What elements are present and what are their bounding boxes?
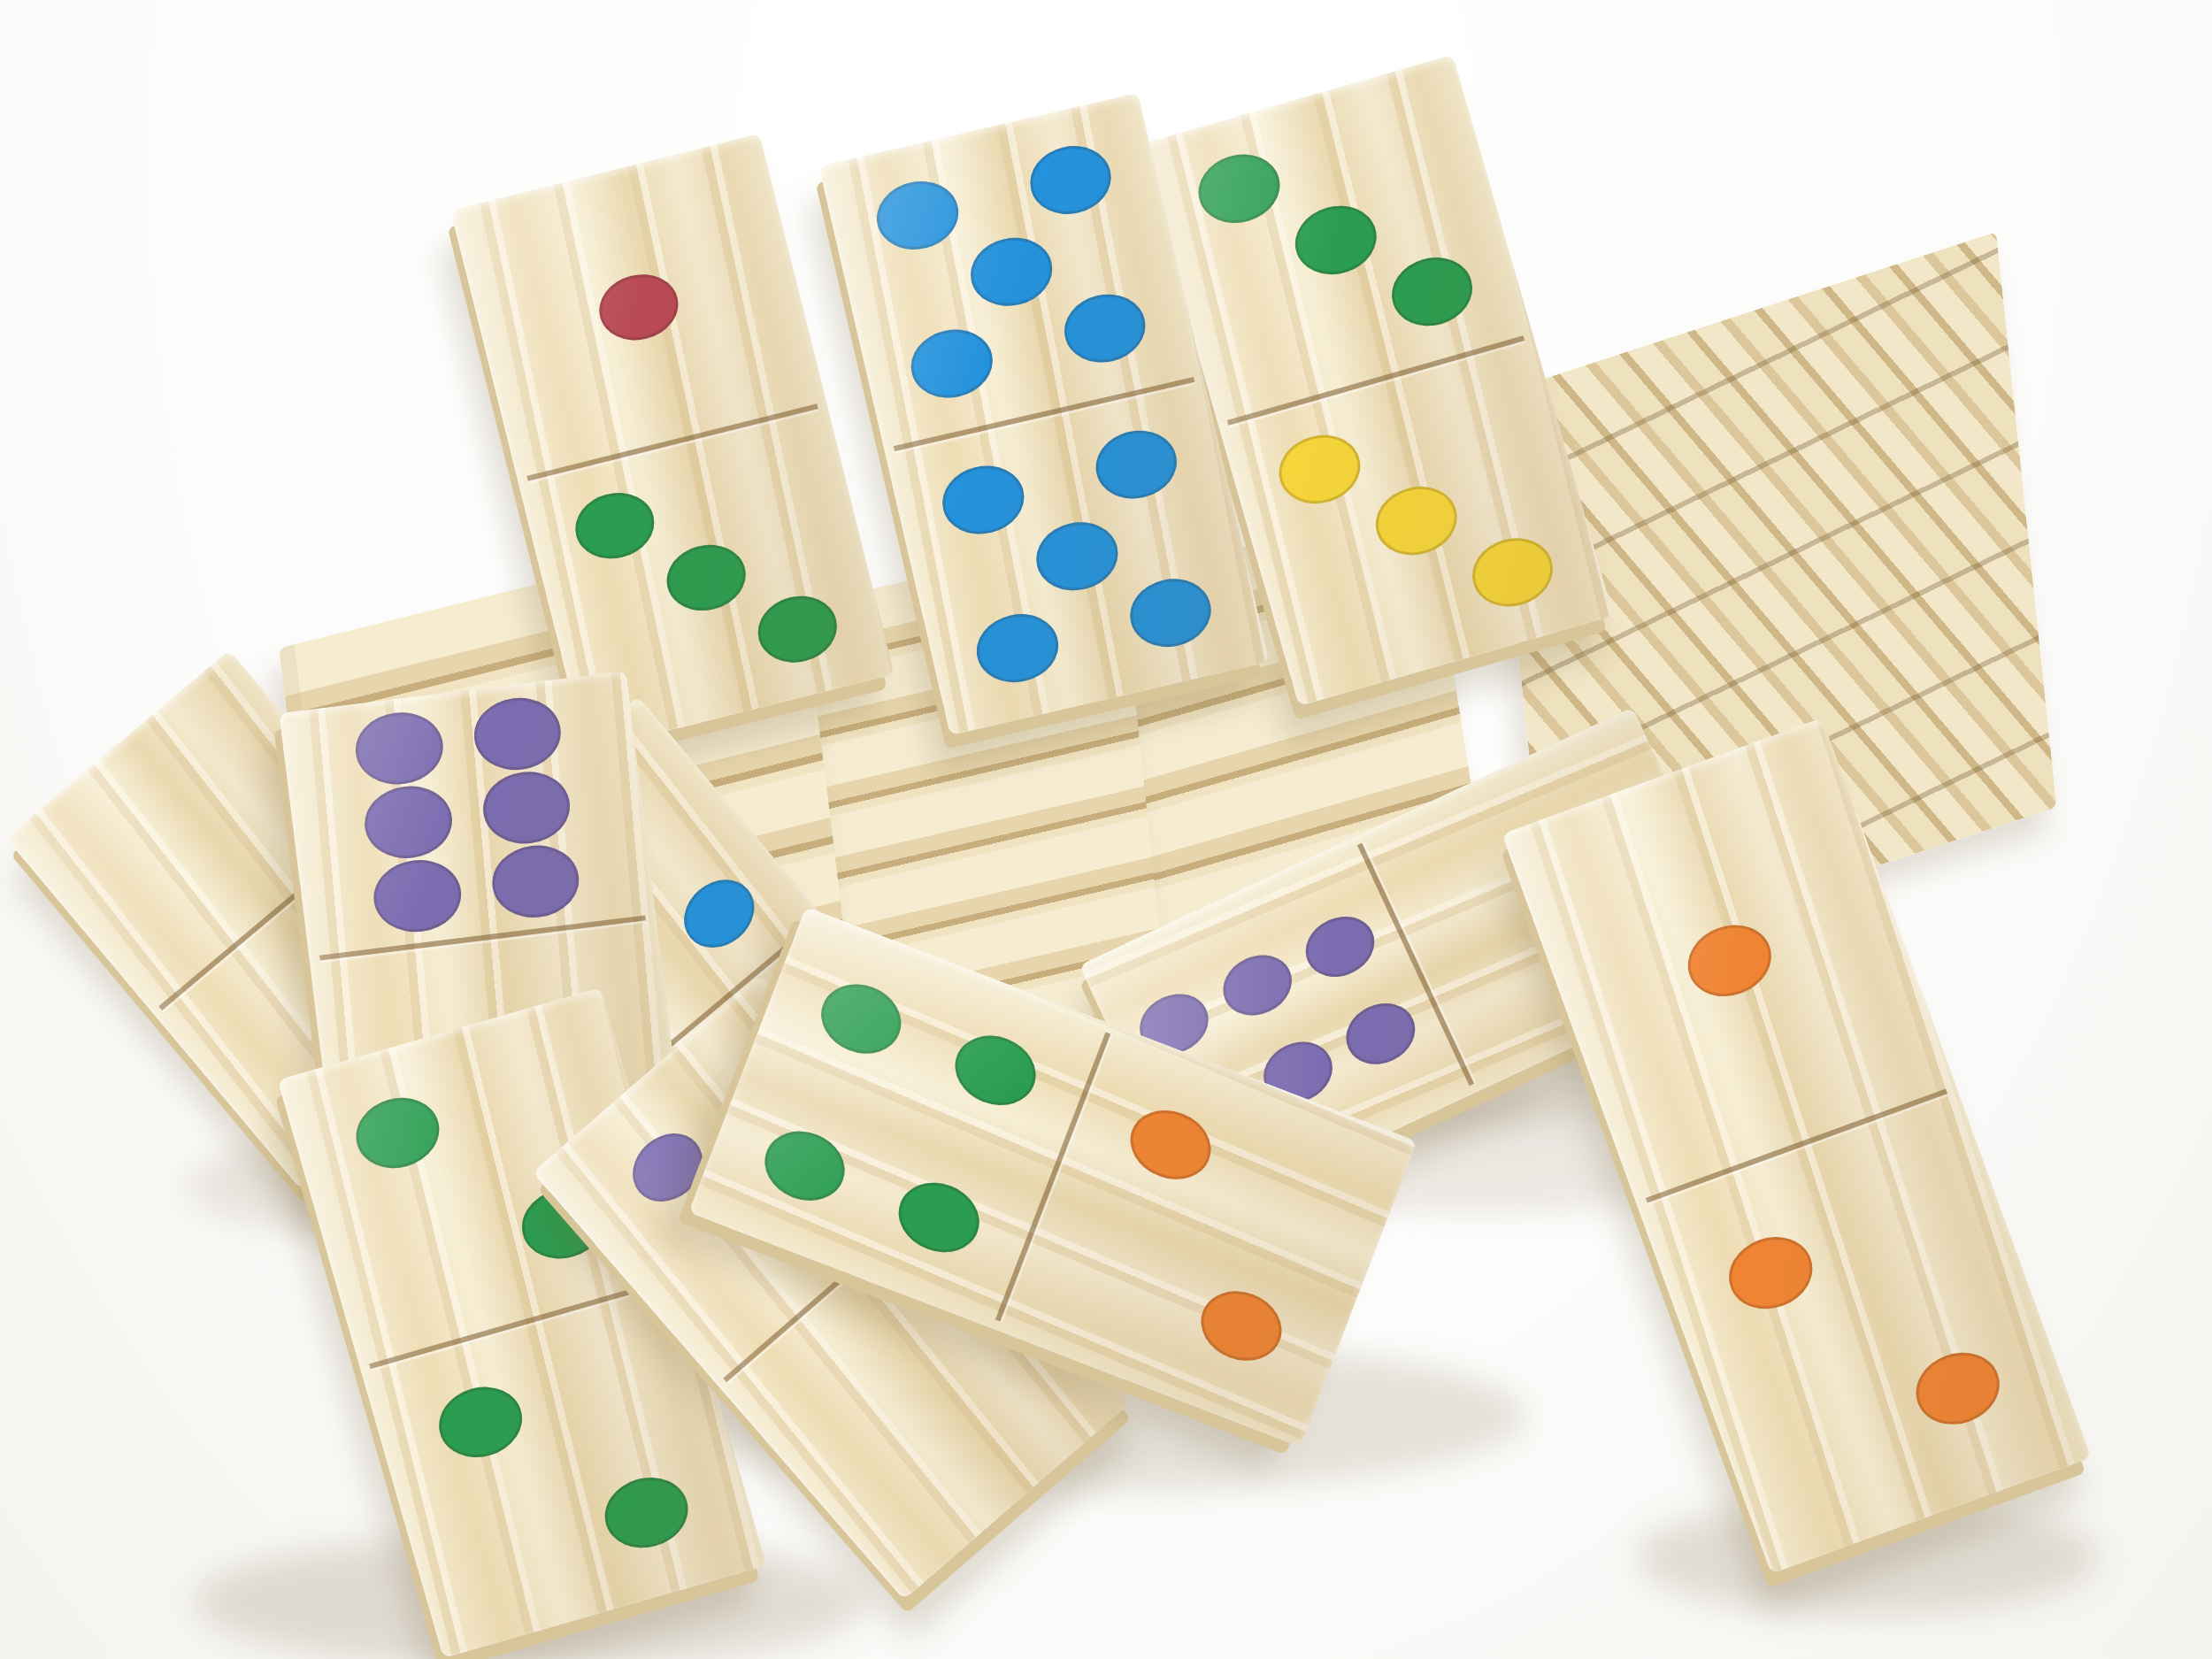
tile-half-a [279,671,656,959]
tile-divider [526,403,818,481]
pip-green [1287,196,1385,283]
pip-blue [1024,138,1118,222]
pip-green [431,1378,531,1467]
pip-green [751,588,844,671]
tile-divider [1357,842,1475,1086]
pip-yellow [1368,477,1465,564]
pip-purple [370,855,465,936]
tile-divider [1227,335,1525,426]
pip-green [945,1025,1046,1117]
pip-blue [904,321,999,405]
tile-divider [894,377,1194,451]
domino-photo [0,0,2212,1659]
pip-blue [1057,286,1152,370]
tile-divider [995,1033,1110,1322]
pip-purple [351,708,447,789]
pip-orange [1191,1280,1292,1372]
pip-green [755,1119,856,1211]
pip-blue [1030,514,1125,598]
pip-blue [1123,571,1217,655]
pip-purple [360,781,456,863]
pip-green [1191,145,1288,232]
tile-divider [1645,1088,1947,1202]
pip-purple [488,841,583,922]
pip-orange [1718,1225,1822,1320]
pip-purple [1295,905,1384,987]
pip-orange [1677,913,1780,1008]
tile-half-b [1636,1087,2091,1574]
pip-green [1384,248,1481,334]
pip-orange [1120,1099,1221,1191]
pip-green [348,1088,448,1178]
pip-purple [479,767,574,849]
tile-half-a [819,93,1204,451]
tile-divider [319,915,645,960]
pip-green [596,1468,696,1557]
pip-purple [1213,944,1302,1026]
tile-half-a [450,134,827,481]
pip-green [810,973,911,1065]
pip-blue [1089,423,1184,507]
pip-blue [870,173,964,257]
pip-yellow [1271,426,1369,512]
pip-green [568,485,661,567]
pip-purple [1336,993,1425,1075]
pip-blue [670,866,767,962]
pip-green [889,1171,990,1263]
orange-one-two-leaning [1502,718,2091,1574]
pip-blue [970,606,1064,690]
pip-orange [1905,1341,2008,1436]
pip-yellow [1464,528,1562,615]
pip-blue [964,230,1058,314]
pip-blue [936,458,1031,542]
pip-red [592,265,685,348]
pip-green [660,536,753,618]
tile-divider [369,1277,674,1369]
pip-purple [469,693,565,774]
